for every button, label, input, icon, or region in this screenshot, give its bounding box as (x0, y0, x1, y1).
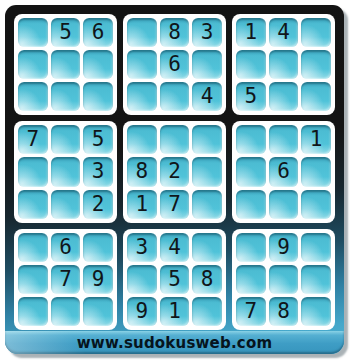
cell-r2c1[interactable] (18, 50, 48, 79)
cell-r5c9[interactable] (301, 157, 331, 186)
cell-r1c1[interactable] (18, 18, 48, 47)
cell-r1c2[interactable]: 5 (51, 18, 81, 47)
cell-r5c1[interactable] (18, 157, 48, 186)
cell-r4c3[interactable]: 5 (83, 125, 113, 154)
cell-r1c6[interactable]: 3 (192, 18, 222, 47)
cell-r9c1[interactable] (18, 297, 48, 326)
cell-r8c2[interactable]: 7 (51, 265, 81, 294)
cell-r6c5[interactable]: 7 (160, 190, 190, 219)
cell-r2c7[interactable] (236, 50, 266, 79)
cell-r3c8[interactable] (269, 82, 299, 111)
cell-r9c4[interactable]: 9 (127, 297, 157, 326)
block-3-3: 978 (232, 229, 335, 330)
cell-r8c4[interactable] (127, 265, 157, 294)
cell-r6c2[interactable] (51, 190, 81, 219)
cell-r4c8[interactable] (269, 125, 299, 154)
cell-r2c5[interactable]: 6 (160, 50, 190, 79)
cell-r9c7[interactable]: 7 (236, 297, 266, 326)
cell-r9c8[interactable]: 8 (269, 297, 299, 326)
cell-r7c9[interactable] (301, 233, 331, 262)
cell-r8c7[interactable] (236, 265, 266, 294)
cell-r4c9[interactable]: 1 (301, 125, 331, 154)
cell-r2c3[interactable] (83, 50, 113, 79)
cell-r1c8[interactable]: 4 (269, 18, 299, 47)
block-1-1: 56 (14, 14, 117, 115)
cell-r1c3[interactable]: 6 (83, 18, 113, 47)
cell-r3c5[interactable] (160, 82, 190, 111)
cell-r6c4[interactable]: 1 (127, 190, 157, 219)
cell-r9c5[interactable]: 1 (160, 297, 190, 326)
cell-r7c1[interactable] (18, 233, 48, 262)
cell-r7c8[interactable]: 9 (269, 233, 299, 262)
cell-r7c5[interactable]: 4 (160, 233, 190, 262)
block-3-1: 679 (14, 229, 117, 330)
cell-r4c2[interactable] (51, 125, 81, 154)
cell-r2c4[interactable] (127, 50, 157, 79)
cell-r3c7[interactable]: 5 (236, 82, 266, 111)
cell-r1c5[interactable]: 8 (160, 18, 190, 47)
cell-r1c9[interactable] (301, 18, 331, 47)
cell-r6c7[interactable] (236, 190, 266, 219)
cell-r8c6[interactable]: 8 (192, 265, 222, 294)
cell-r3c3[interactable] (83, 82, 113, 111)
cell-r4c6[interactable] (192, 125, 222, 154)
cell-r5c4[interactable]: 8 (127, 157, 157, 186)
cell-r5c5[interactable]: 2 (160, 157, 190, 186)
cell-r7c3[interactable] (83, 233, 113, 262)
sudoku-puzzle-image: 5683641457532821716679345891978 www.sudo… (0, 0, 350, 360)
cell-r2c6[interactable] (192, 50, 222, 79)
cell-r7c7[interactable] (236, 233, 266, 262)
cell-r6c3[interactable]: 2 (83, 190, 113, 219)
cell-r5c3[interactable]: 3 (83, 157, 113, 186)
cell-r3c4[interactable] (127, 82, 157, 111)
cell-r7c4[interactable]: 3 (127, 233, 157, 262)
cell-r6c8[interactable] (269, 190, 299, 219)
cell-r3c2[interactable] (51, 82, 81, 111)
cell-r8c5[interactable]: 5 (160, 265, 190, 294)
cell-r3c9[interactable] (301, 82, 331, 111)
blocks-grid: 5683641457532821716679345891978 (14, 14, 335, 330)
cell-r1c7[interactable]: 1 (236, 18, 266, 47)
block-2-1: 7532 (14, 121, 117, 222)
cell-r9c2[interactable] (51, 297, 81, 326)
cell-r4c5[interactable] (160, 125, 190, 154)
cell-r4c4[interactable] (127, 125, 157, 154)
cell-r1c4[interactable] (127, 18, 157, 47)
cell-r5c7[interactable] (236, 157, 266, 186)
cell-r4c7[interactable] (236, 125, 266, 154)
cell-r8c3[interactable]: 9 (83, 265, 113, 294)
block-2-2: 8217 (123, 121, 226, 222)
cell-r7c6[interactable] (192, 233, 222, 262)
cell-r2c9[interactable] (301, 50, 331, 79)
cell-r3c1[interactable] (18, 82, 48, 111)
cell-r8c1[interactable] (18, 265, 48, 294)
block-1-2: 8364 (123, 14, 226, 115)
cell-r5c6[interactable] (192, 157, 222, 186)
cell-r2c2[interactable] (51, 50, 81, 79)
sudoku-board: 5683641457532821716679345891978 www.sudo… (5, 5, 344, 354)
cell-r8c9[interactable] (301, 265, 331, 294)
cell-r5c2[interactable] (51, 157, 81, 186)
block-3-2: 345891 (123, 229, 226, 330)
cell-r2c8[interactable] (269, 50, 299, 79)
footer-bar: www.sudokusweb.com (5, 331, 344, 354)
cell-r6c9[interactable] (301, 190, 331, 219)
cell-r6c1[interactable] (18, 190, 48, 219)
cell-r8c8[interactable] (269, 265, 299, 294)
cell-r6c6[interactable] (192, 190, 222, 219)
cell-r5c8[interactable]: 6 (269, 157, 299, 186)
cell-r4c1[interactable]: 7 (18, 125, 48, 154)
cell-r7c2[interactable]: 6 (51, 233, 81, 262)
cell-r9c9[interactable] (301, 297, 331, 326)
block-1-3: 145 (232, 14, 335, 115)
cell-r9c6[interactable] (192, 297, 222, 326)
cell-r9c3[interactable] (83, 297, 113, 326)
website-url[interactable]: www.sudokusweb.com (77, 334, 272, 352)
block-2-3: 16 (232, 121, 335, 222)
cell-r3c6[interactable]: 4 (192, 82, 222, 111)
